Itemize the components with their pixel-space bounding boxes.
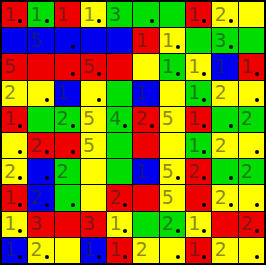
grid-cell-r8c6[interactable] xyxy=(133,185,158,210)
cell-number: 2 xyxy=(4,161,16,181)
cell-number: 1 xyxy=(109,213,121,233)
cell-dot-marker xyxy=(202,124,206,128)
cell-dot-marker xyxy=(45,176,49,180)
cell-dot-marker xyxy=(71,150,75,154)
cell-number: 1 xyxy=(57,4,69,24)
cell-dot-marker xyxy=(45,98,49,102)
cell-number: 2 xyxy=(4,82,16,102)
grid-cell-r6c4[interactable]: 5 xyxy=(81,133,106,158)
grid-cell-r2c8[interactable] xyxy=(186,28,211,53)
grid-cell-r2c10[interactable] xyxy=(239,28,264,53)
cell-number: 1 xyxy=(241,56,253,76)
cell-number: 2 xyxy=(214,135,226,155)
grid-cell-r10c8[interactable]: 1 xyxy=(186,238,211,263)
grid-cell-r4c5[interactable] xyxy=(107,81,132,106)
cell-dot-marker xyxy=(255,255,259,259)
cell-number: 1 xyxy=(135,82,147,102)
cell-dot-marker xyxy=(18,229,22,233)
grid-cell-r2c9[interactable]: 3 xyxy=(212,28,237,53)
cell-number: 2 xyxy=(30,187,42,207)
grid-cell-r10c9[interactable]: 2 xyxy=(212,238,237,263)
cell-dot-marker xyxy=(18,150,22,154)
cell-number: 5 xyxy=(30,30,42,50)
cell-number: 1 xyxy=(4,240,16,260)
cell-dot-marker xyxy=(229,19,233,23)
grid-cell-r6c8[interactable]: 1 xyxy=(186,133,211,158)
cell-dot-marker xyxy=(229,45,233,49)
grid-cell-r6c9[interactable]: 2 xyxy=(212,133,237,158)
cell-dot-marker xyxy=(202,255,206,259)
grid-cell-r9c8[interactable]: 1 xyxy=(186,212,211,237)
grid-cell-r6c1[interactable] xyxy=(2,133,27,158)
cell-number: 1 xyxy=(214,56,226,76)
cell-number: 5 xyxy=(162,161,174,181)
grid-cell-r8c2[interactable]: 2 xyxy=(28,185,53,210)
grid-cell-r4c9[interactable]: 2 xyxy=(212,81,237,106)
cell-number: 1 xyxy=(30,4,42,24)
cell-dot-marker xyxy=(229,124,233,128)
puzzle-board: 1111312511355111121112125425122512221522… xyxy=(0,0,266,265)
grid-cell-r2c1[interactable] xyxy=(2,28,27,53)
grid-cell-r2c6[interactable]: 1 xyxy=(133,28,158,53)
cell-number: 1 xyxy=(188,4,200,24)
grid-cell-r2c4[interactable] xyxy=(81,28,106,53)
grid-cell-r1c4[interactable]: 1 xyxy=(81,2,106,27)
cell-dot-marker xyxy=(123,124,127,128)
grid-cell-r7c2[interactable] xyxy=(28,159,53,184)
cell-dot-marker xyxy=(123,203,127,207)
cell-number: 5 xyxy=(83,109,95,129)
cell-number: 2 xyxy=(30,240,42,260)
grid-cell-r1c1[interactable]: 1 xyxy=(2,2,27,27)
grid-cell-r10c1[interactable]: 1 xyxy=(2,238,27,263)
cell-number: 5 xyxy=(83,56,95,76)
grid-cell-r3c8[interactable]: 1 xyxy=(186,54,211,79)
cell-dot-marker xyxy=(202,176,206,180)
cell-dot-marker xyxy=(150,19,154,23)
grid-cell-r4c10[interactable] xyxy=(239,81,264,106)
cell-number: 1 xyxy=(4,213,16,233)
grid-cell-r9c4[interactable]: 3 xyxy=(81,212,106,237)
cell-dot-marker xyxy=(18,255,22,259)
cell-number: 2 xyxy=(135,240,147,260)
grid-cell-r7c7[interactable]: 5 xyxy=(160,159,185,184)
grid-cell-r1c3[interactable]: 1 xyxy=(55,2,80,27)
grid-cell-r10c4[interactable]: 1 xyxy=(81,238,106,263)
grid-cell-r1c8[interactable]: 1 xyxy=(186,2,211,27)
cell-dot-marker xyxy=(45,203,49,207)
grid-cell-r10c3[interactable] xyxy=(55,238,80,263)
grid-cell-r1c2[interactable]: 1 xyxy=(28,2,53,27)
cell-dot-marker xyxy=(123,255,127,259)
grid-cell-r3c5[interactable] xyxy=(107,54,132,79)
grid-cell-r6c6[interactable] xyxy=(133,133,158,158)
grid-cell-r4c4[interactable] xyxy=(81,81,106,106)
grid-cell-r4c8[interactable]: 1 xyxy=(186,81,211,106)
cell-dot-marker xyxy=(255,150,259,154)
grid-cell-r8c8[interactable] xyxy=(186,185,211,210)
grid-cell-r8c9[interactable]: 2 xyxy=(212,185,237,210)
cell-number: 3 xyxy=(214,30,226,50)
cell-number: 2 xyxy=(241,109,253,129)
grid-cell-r9c3[interactable] xyxy=(55,212,80,237)
cell-dot-marker xyxy=(18,19,22,23)
grid-cell-r7c5[interactable] xyxy=(107,159,132,184)
grid-cell-r4c6[interactable]: 1 xyxy=(133,81,158,106)
cell-dot-marker xyxy=(45,255,49,259)
grid-cell-r5c5[interactable]: 4 xyxy=(107,107,132,132)
cell-number: 1 xyxy=(188,135,200,155)
cell-number: 1 xyxy=(188,109,200,129)
cell-dot-marker xyxy=(255,203,259,207)
grid-cell-r7c1[interactable]: 2 xyxy=(2,159,27,184)
cell-number: 1 xyxy=(4,4,16,24)
cell-number: 1 xyxy=(135,161,147,181)
grid-cell-r9c1[interactable]: 1 xyxy=(2,212,27,237)
cell-dot-marker xyxy=(202,229,206,233)
grid-cell-r7c8[interactable]: 2 xyxy=(186,159,211,184)
grid-cell-r5c1[interactable]: 1 xyxy=(2,107,27,132)
cell-dot-marker xyxy=(97,72,101,76)
cell-number: 1 xyxy=(4,109,16,129)
grid-cell-r5c7[interactable]: 5 xyxy=(160,107,185,132)
cell-number: 2 xyxy=(162,213,174,233)
cell-dot-marker xyxy=(97,98,101,102)
cell-number: 5 xyxy=(4,56,16,76)
grid-cell-r9c2[interactable]: 3 xyxy=(28,212,53,237)
grid-cell-r8c7[interactable]: 5 xyxy=(160,185,185,210)
grid-cell-r7c4[interactable] xyxy=(81,159,106,184)
grid-cell-r9c6[interactable] xyxy=(133,212,158,237)
cell-dot-marker xyxy=(150,124,154,128)
cell-number: 2 xyxy=(188,161,200,181)
cell-dot-marker xyxy=(45,150,49,154)
grid-cell-r6c2[interactable]: 2 xyxy=(28,133,53,158)
grid-cell-r3c2[interactable] xyxy=(28,54,53,79)
grid-cell-r3c9[interactable]: 1 xyxy=(212,54,237,79)
grid-cell-r2c2[interactable]: 5 xyxy=(28,28,53,53)
cell-dot-marker xyxy=(123,229,127,233)
grid-cell-r5c8[interactable]: 1 xyxy=(186,107,211,132)
grid-cell-r10c5[interactable]: 1 xyxy=(107,238,132,263)
grid-cell-r1c6[interactable] xyxy=(133,2,158,27)
cell-dot-marker xyxy=(176,229,180,233)
cell-dot-marker xyxy=(255,98,259,102)
cell-number: 1 xyxy=(188,56,200,76)
grid-cell-r4c7[interactable] xyxy=(160,81,185,106)
grid-cell-r1c7[interactable] xyxy=(160,2,185,27)
cell-number: 5 xyxy=(83,135,95,155)
grid-cell-r10c6[interactable]: 2 xyxy=(133,238,158,263)
cell-dot-marker xyxy=(71,72,75,76)
cell-dot-marker xyxy=(176,45,180,49)
cell-number: 5 xyxy=(162,109,174,129)
grid-cell-r8c3[interactable] xyxy=(55,185,80,210)
cell-number: 1 xyxy=(57,82,69,102)
cell-number: 4 xyxy=(109,109,121,129)
cell-number: 1 xyxy=(109,240,121,260)
grid-cell-r7c9[interactable] xyxy=(212,159,237,184)
grid-cell-r5c4[interactable]: 5 xyxy=(81,107,106,132)
cell-number: 1 xyxy=(83,4,95,24)
cell-dot-marker xyxy=(202,203,206,207)
grid-cell-r1c5[interactable]: 3 xyxy=(107,2,132,27)
puzzle-screenshot: 1111312511355111121112125425122512221522… xyxy=(0,0,268,267)
grid-cell-r10c10[interactable] xyxy=(239,238,264,263)
grid-cell-r5c6[interactable]: 2 xyxy=(133,107,158,132)
cell-number: 2 xyxy=(30,135,42,155)
cell-dot-marker xyxy=(229,203,233,207)
grid-cell-r6c10[interactable] xyxy=(239,133,264,158)
cell-dot-marker xyxy=(176,176,180,180)
grid-cell-r3c4[interactable]: 5 xyxy=(81,54,106,79)
grid-cell-r7c3[interactable]: 2 xyxy=(55,159,80,184)
cell-dot-marker xyxy=(18,203,22,207)
cell-dot-marker xyxy=(255,72,259,76)
cell-number: 1 xyxy=(188,240,200,260)
cell-number: 3 xyxy=(30,213,42,233)
grid-cell-r7c10[interactable]: 2 xyxy=(239,159,264,184)
grid-cell-r4c2[interactable] xyxy=(28,81,53,106)
grid-cell-r3c3[interactable] xyxy=(55,54,80,79)
cell-dot-marker xyxy=(176,255,180,259)
grid-cell-r2c3[interactable] xyxy=(55,28,80,53)
cell-number: 5 xyxy=(162,187,174,207)
grid-cell-r6c7[interactable] xyxy=(160,133,185,158)
grid-cell-r4c1[interactable]: 2 xyxy=(2,81,27,106)
grid-cell-r5c2[interactable] xyxy=(28,107,53,132)
grid-cell-r6c5[interactable] xyxy=(107,133,132,158)
cell-number: 3 xyxy=(83,213,95,233)
cell-number: 1 xyxy=(83,240,95,260)
grid-cell-r3c7[interactable]: 1 xyxy=(160,54,185,79)
cell-dot-marker xyxy=(18,124,22,128)
grid-cell-r4c3[interactable]: 1 xyxy=(55,81,80,106)
cell-number: 2 xyxy=(214,187,226,207)
cell-dot-marker xyxy=(71,124,75,128)
grid-cell-r9c7[interactable]: 2 xyxy=(160,212,185,237)
grid-cell-r10c2[interactable]: 2 xyxy=(28,238,53,263)
grid-cell-r5c9[interactable] xyxy=(212,107,237,132)
grid-cell-r3c6[interactable] xyxy=(133,54,158,79)
cell-number: 1 xyxy=(4,187,16,207)
cell-number: 2 xyxy=(214,240,226,260)
grid-cell-r8c1[interactable]: 1 xyxy=(2,185,27,210)
cell-dot-marker xyxy=(97,19,101,23)
cell-number: 2 xyxy=(214,82,226,102)
cell-dot-marker xyxy=(202,19,206,23)
grid-cell-r10c7[interactable] xyxy=(160,238,185,263)
grid-cell-r8c10[interactable] xyxy=(239,185,264,210)
cell-number: 2 xyxy=(57,161,69,181)
grid-cell-r5c3[interactable]: 2 xyxy=(55,107,80,132)
grid-cell-r1c10[interactable] xyxy=(239,2,264,27)
cell-number: 2 xyxy=(109,187,121,207)
cell-dot-marker xyxy=(176,72,180,76)
cell-dot-marker xyxy=(229,176,233,180)
cell-dot-marker xyxy=(255,229,259,233)
grid-cell-r2c5[interactable] xyxy=(107,28,132,53)
cell-dot-marker xyxy=(202,72,206,76)
grid-cell-r1c9[interactable]: 2 xyxy=(212,2,237,27)
grid-cell-r9c9[interactable] xyxy=(212,212,237,237)
cell-number: 2 xyxy=(214,4,226,24)
cell-dot-marker xyxy=(18,176,22,180)
grid-cell-r5c10[interactable]: 2 xyxy=(239,107,264,132)
grid-cell-r9c10[interactable]: 2 xyxy=(239,212,264,237)
cell-dot-marker xyxy=(202,150,206,154)
cell-number: 3 xyxy=(109,4,121,24)
cell-number: 2 xyxy=(135,109,147,129)
grid-cell-r9c5[interactable]: 1 xyxy=(107,212,132,237)
cell-number: 1 xyxy=(162,56,174,76)
cell-number: 1 xyxy=(188,213,200,233)
cell-number: 1 xyxy=(135,30,147,50)
cell-number: 2 xyxy=(241,213,253,233)
cell-dot-marker xyxy=(45,19,49,23)
cell-dot-marker xyxy=(71,203,75,207)
grid-cell-r3c1[interactable]: 5 xyxy=(2,54,27,79)
cell-number: 1 xyxy=(162,30,174,50)
cell-dot-marker xyxy=(71,45,75,49)
cell-dot-marker xyxy=(97,255,101,259)
grid-cell-r7c6[interactable]: 1 xyxy=(133,159,158,184)
cell-number: 2 xyxy=(241,161,253,181)
cell-dot-marker xyxy=(202,98,206,102)
cell-number: 2 xyxy=(57,109,69,129)
grid-cell-r2c7[interactable]: 1 xyxy=(160,28,185,53)
cell-number: 1 xyxy=(188,82,200,102)
grid-cell-r8c4[interactable] xyxy=(81,185,106,210)
grid-cell-r3c10[interactable]: 1 xyxy=(239,54,264,79)
grid-cell-r8c5[interactable]: 2 xyxy=(107,185,132,210)
grid-cell-r6c3[interactable] xyxy=(55,133,80,158)
